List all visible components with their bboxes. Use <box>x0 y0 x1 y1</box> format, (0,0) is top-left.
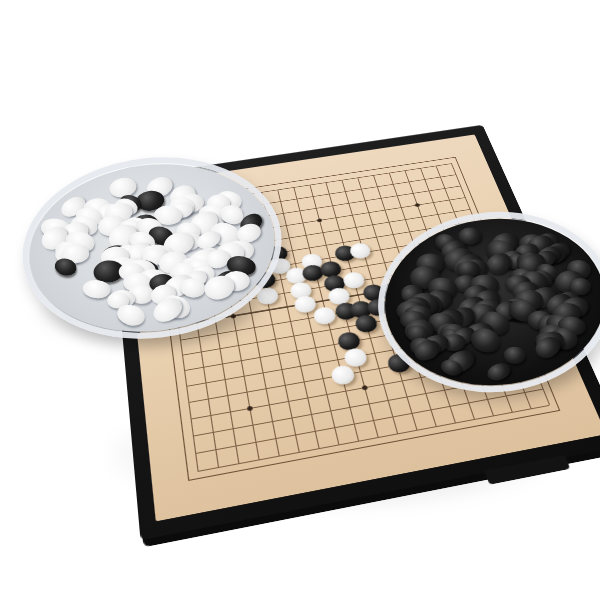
star-point <box>246 405 252 411</box>
stone-white <box>330 364 357 386</box>
stone-white <box>343 347 369 369</box>
tray-stone-black <box>485 361 512 383</box>
tray-stone-black <box>504 346 527 364</box>
stone-black <box>333 301 358 321</box>
product-photo-scene <box>0 0 600 600</box>
stone-black <box>348 300 373 320</box>
star-point <box>316 218 322 222</box>
stone-white <box>312 306 337 326</box>
star-point <box>361 385 367 390</box>
grid-line-horizontal <box>195 388 543 453</box>
star-point <box>414 203 420 207</box>
black-tray-interior <box>379 212 600 393</box>
